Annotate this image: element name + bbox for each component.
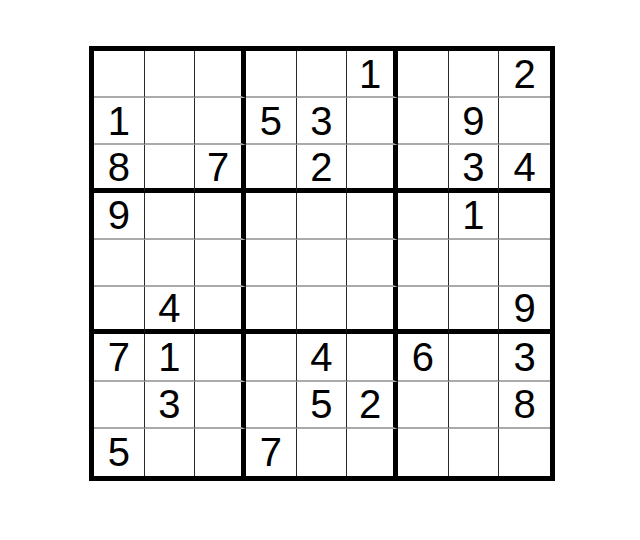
cell-r2c4-given-5[interactable]: 5 bbox=[246, 98, 297, 145]
cell-r7c8-empty[interactable] bbox=[449, 334, 500, 381]
cell-r2c1-given-1[interactable]: 1 bbox=[94, 98, 145, 145]
cell-r9c2-empty[interactable] bbox=[145, 429, 196, 476]
cell-r2c8-given-9[interactable]: 9 bbox=[449, 98, 500, 145]
cell-r3c3-given-7[interactable]: 7 bbox=[195, 145, 246, 192]
cell-r8c2-given-3[interactable]: 3 bbox=[145, 382, 196, 429]
cell-r1c4-empty[interactable] bbox=[246, 51, 297, 98]
cell-r4c4-empty[interactable] bbox=[246, 193, 297, 240]
cell-r2c5-given-3[interactable]: 3 bbox=[297, 98, 348, 145]
cell-r8c7-empty[interactable] bbox=[398, 382, 449, 429]
cell-r3c4-empty[interactable] bbox=[246, 145, 297, 192]
cell-r6c7-empty[interactable] bbox=[398, 287, 449, 334]
cell-r6c9-given-9[interactable]: 9 bbox=[499, 287, 550, 334]
cell-r1c1-empty[interactable] bbox=[94, 51, 145, 98]
cell-r4c1-given-9[interactable]: 9 bbox=[94, 193, 145, 240]
cell-r7c6-empty[interactable] bbox=[347, 334, 398, 381]
cell-r9c4-given-7[interactable]: 7 bbox=[246, 429, 297, 476]
cell-r1c9-given-2[interactable]: 2 bbox=[499, 51, 550, 98]
cell-r2c7-empty[interactable] bbox=[398, 98, 449, 145]
cell-r5c4-empty[interactable] bbox=[246, 240, 297, 287]
cell-r3c1-given-8[interactable]: 8 bbox=[94, 145, 145, 192]
cell-r1c3-empty[interactable] bbox=[195, 51, 246, 98]
cell-r9c8-empty[interactable] bbox=[449, 429, 500, 476]
cell-r3c5-given-2[interactable]: 2 bbox=[297, 145, 348, 192]
cell-r7c3-empty[interactable] bbox=[195, 334, 246, 381]
cell-r3c2-empty[interactable] bbox=[145, 145, 196, 192]
cell-r5c5-empty[interactable] bbox=[297, 240, 348, 287]
cell-r9c3-empty[interactable] bbox=[195, 429, 246, 476]
cell-r5c2-empty[interactable] bbox=[145, 240, 196, 287]
cell-r8c9-given-8[interactable]: 8 bbox=[499, 382, 550, 429]
cell-r4c7-empty[interactable] bbox=[398, 193, 449, 240]
cell-r4c9-empty[interactable] bbox=[499, 193, 550, 240]
cell-r9c7-empty[interactable] bbox=[398, 429, 449, 476]
cell-r1c5-empty[interactable] bbox=[297, 51, 348, 98]
cell-r5c8-empty[interactable] bbox=[449, 240, 500, 287]
cell-r9c9-empty[interactable] bbox=[499, 429, 550, 476]
cell-r6c1-empty[interactable] bbox=[94, 287, 145, 334]
cell-r5c1-empty[interactable] bbox=[94, 240, 145, 287]
cell-r4c6-empty[interactable] bbox=[347, 193, 398, 240]
cell-r8c6-given-2[interactable]: 2 bbox=[347, 382, 398, 429]
cell-r9c6-empty[interactable] bbox=[347, 429, 398, 476]
cell-r6c8-empty[interactable] bbox=[449, 287, 500, 334]
sudoku-board: 12153987234914971463352857 bbox=[89, 46, 555, 481]
cell-r6c4-empty[interactable] bbox=[246, 287, 297, 334]
cell-r3c6-empty[interactable] bbox=[347, 145, 398, 192]
cell-r9c5-empty[interactable] bbox=[297, 429, 348, 476]
cell-r3c8-given-3[interactable]: 3 bbox=[449, 145, 500, 192]
cell-r1c7-empty[interactable] bbox=[398, 51, 449, 98]
cell-r1c2-empty[interactable] bbox=[145, 51, 196, 98]
cell-r5c7-empty[interactable] bbox=[398, 240, 449, 287]
cell-r5c9-empty[interactable] bbox=[499, 240, 550, 287]
cell-r8c4-empty[interactable] bbox=[246, 382, 297, 429]
cell-r8c5-given-5[interactable]: 5 bbox=[297, 382, 348, 429]
cell-r6c5-empty[interactable] bbox=[297, 287, 348, 334]
cell-r8c8-empty[interactable] bbox=[449, 382, 500, 429]
cell-r8c3-empty[interactable] bbox=[195, 382, 246, 429]
cell-r4c2-empty[interactable] bbox=[145, 193, 196, 240]
cell-r7c9-given-3[interactable]: 3 bbox=[499, 334, 550, 381]
cell-r1c8-empty[interactable] bbox=[449, 51, 500, 98]
cell-r6c6-empty[interactable] bbox=[347, 287, 398, 334]
cell-r7c7-given-6[interactable]: 6 bbox=[398, 334, 449, 381]
cell-r2c2-empty[interactable] bbox=[145, 98, 196, 145]
cell-r1c6-given-1[interactable]: 1 bbox=[347, 51, 398, 98]
cell-r8c1-empty[interactable] bbox=[94, 382, 145, 429]
cell-r6c2-given-4[interactable]: 4 bbox=[145, 287, 196, 334]
cell-r4c3-empty[interactable] bbox=[195, 193, 246, 240]
cell-r5c6-empty[interactable] bbox=[347, 240, 398, 287]
cell-r7c4-empty[interactable] bbox=[246, 334, 297, 381]
cell-r2c6-empty[interactable] bbox=[347, 98, 398, 145]
cell-r7c2-given-1[interactable]: 1 bbox=[145, 334, 196, 381]
cell-r4c5-empty[interactable] bbox=[297, 193, 348, 240]
cell-r7c5-given-4[interactable]: 4 bbox=[297, 334, 348, 381]
cell-r4c8-given-1[interactable]: 1 bbox=[449, 193, 500, 240]
cell-r3c7-empty[interactable] bbox=[398, 145, 449, 192]
cell-r2c9-empty[interactable] bbox=[499, 98, 550, 145]
cell-r2c3-empty[interactable] bbox=[195, 98, 246, 145]
cell-r9c1-given-5[interactable]: 5 bbox=[94, 429, 145, 476]
cell-r3c9-given-4[interactable]: 4 bbox=[499, 145, 550, 192]
cell-r7c1-given-7[interactable]: 7 bbox=[94, 334, 145, 381]
cell-r5c3-empty[interactable] bbox=[195, 240, 246, 287]
cell-r6c3-empty[interactable] bbox=[195, 287, 246, 334]
